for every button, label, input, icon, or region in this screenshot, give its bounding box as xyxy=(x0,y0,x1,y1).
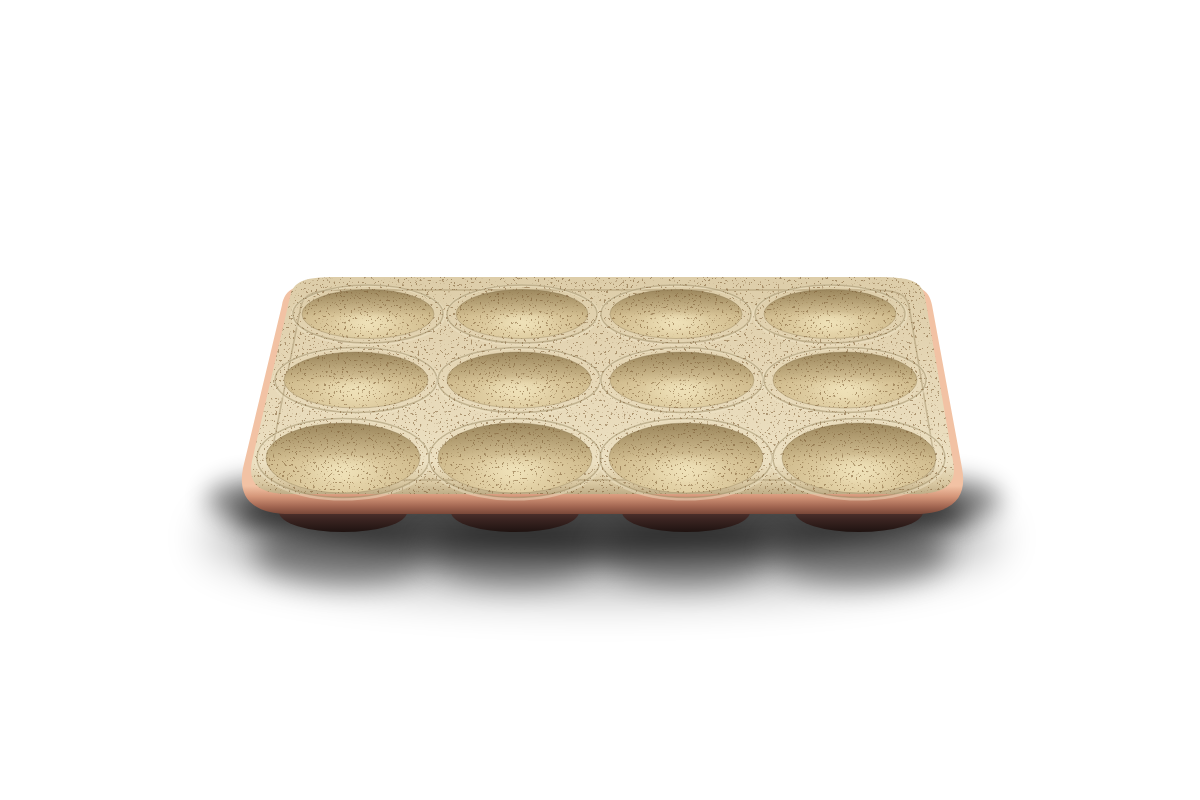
product-photo-canvas xyxy=(0,0,1200,800)
muffin-pan-photo xyxy=(0,0,1200,800)
speckle-texture xyxy=(251,277,954,494)
